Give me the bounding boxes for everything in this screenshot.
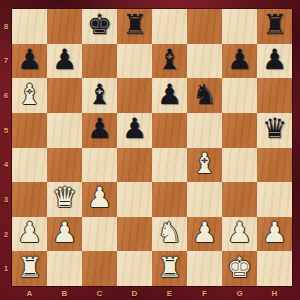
square-g4[interactable] <box>222 148 257 183</box>
white-rook[interactable]: ♜ <box>17 254 42 282</box>
square-f3[interactable] <box>187 182 222 217</box>
file-label-c: C <box>82 286 117 300</box>
square-h6[interactable] <box>257 78 292 113</box>
square-a7[interactable]: ♟ <box>12 44 47 79</box>
black-bishop[interactable]: ♝ <box>87 81 112 109</box>
black-pawn[interactable]: ♟ <box>17 46 42 74</box>
black-pawn[interactable]: ♟ <box>227 46 252 74</box>
square-c2[interactable] <box>82 217 117 252</box>
square-h2[interactable]: ♟ <box>257 217 292 252</box>
file-labels: ABCDEFGH <box>12 286 292 300</box>
square-e8[interactable] <box>152 9 187 44</box>
file-label-f: F <box>187 286 222 300</box>
square-g7[interactable]: ♟ <box>222 44 257 79</box>
square-f2[interactable]: ♟ <box>187 217 222 252</box>
black-pawn[interactable]: ♟ <box>52 46 77 74</box>
white-pawn[interactable]: ♟ <box>192 219 217 247</box>
white-pawn[interactable]: ♟ <box>17 219 42 247</box>
square-d3[interactable] <box>117 182 152 217</box>
rank-label-5: 5 <box>0 113 12 148</box>
rank-label-1: 1 <box>0 251 12 286</box>
square-a3[interactable] <box>12 182 47 217</box>
square-c8[interactable]: ♚ <box>82 9 117 44</box>
square-g3[interactable] <box>222 182 257 217</box>
chess-board: ♚♜♜♟♟♝♟♟♝♝♟♞♟♟♛♝♛♟♟♟♞♟♟♟♜♜♚ <box>12 9 292 286</box>
white-bishop[interactable]: ♝ <box>17 81 42 109</box>
rank-label-7: 7 <box>0 44 12 79</box>
white-pawn[interactable]: ♟ <box>52 219 77 247</box>
square-g8[interactable] <box>222 9 257 44</box>
square-f1[interactable] <box>187 251 222 286</box>
rank-label-2: 2 <box>0 217 12 252</box>
square-a1[interactable]: ♜ <box>12 251 47 286</box>
white-pawn[interactable]: ♟ <box>262 219 287 247</box>
white-knight[interactable]: ♞ <box>157 219 182 247</box>
square-a6[interactable]: ♝ <box>12 78 47 113</box>
square-b3[interactable]: ♛ <box>47 182 82 217</box>
square-b1[interactable] <box>47 251 82 286</box>
square-h4[interactable] <box>257 148 292 183</box>
chess-diagram: 87654321 ♚♜♜♟♟♝♟♟♝♝♟♞♟♟♛♝♛♟♟♟♞♟♟♟♜♜♚ ABC… <box>0 0 300 300</box>
white-rook[interactable]: ♜ <box>157 254 182 282</box>
square-h3[interactable] <box>257 182 292 217</box>
square-c3[interactable]: ♟ <box>82 182 117 217</box>
white-pawn[interactable]: ♟ <box>227 219 252 247</box>
white-queen[interactable]: ♛ <box>52 184 77 212</box>
file-label-d: D <box>117 286 152 300</box>
rank-label-6: 6 <box>0 78 12 113</box>
square-e5[interactable] <box>152 113 187 148</box>
square-b8[interactable] <box>47 9 82 44</box>
square-a4[interactable] <box>12 148 47 183</box>
square-e4[interactable] <box>152 148 187 183</box>
black-rook[interactable]: ♜ <box>122 11 147 39</box>
black-rook[interactable]: ♜ <box>262 11 287 39</box>
file-label-h: H <box>257 286 292 300</box>
square-e2[interactable]: ♞ <box>152 217 187 252</box>
square-b5[interactable] <box>47 113 82 148</box>
rank-labels: 87654321 <box>0 9 12 286</box>
square-d4[interactable] <box>117 148 152 183</box>
black-pawn[interactable]: ♟ <box>157 81 182 109</box>
white-king[interactable]: ♚ <box>227 254 252 282</box>
square-f6[interactable]: ♞ <box>187 78 222 113</box>
file-label-e: E <box>152 286 187 300</box>
black-knight[interactable]: ♞ <box>192 81 217 109</box>
square-g2[interactable]: ♟ <box>222 217 257 252</box>
square-b7[interactable]: ♟ <box>47 44 82 79</box>
square-c6[interactable]: ♝ <box>82 78 117 113</box>
rank-label-4: 4 <box>0 148 12 183</box>
square-a8[interactable] <box>12 9 47 44</box>
square-c7[interactable] <box>82 44 117 79</box>
square-d8[interactable]: ♜ <box>117 9 152 44</box>
white-pawn[interactable]: ♟ <box>87 184 112 212</box>
square-h7[interactable]: ♟ <box>257 44 292 79</box>
square-d1[interactable] <box>117 251 152 286</box>
square-g5[interactable] <box>222 113 257 148</box>
file-label-b: B <box>47 286 82 300</box>
rank-label-3: 3 <box>0 182 12 217</box>
black-pawn[interactable]: ♟ <box>122 115 147 143</box>
square-d7[interactable] <box>117 44 152 79</box>
square-d5[interactable]: ♟ <box>117 113 152 148</box>
black-king[interactable]: ♚ <box>87 11 112 39</box>
square-e7[interactable]: ♝ <box>152 44 187 79</box>
square-c5[interactable]: ♟ <box>82 113 117 148</box>
black-pawn[interactable]: ♟ <box>262 46 287 74</box>
square-c1[interactable] <box>82 251 117 286</box>
square-e3[interactable] <box>152 182 187 217</box>
square-e6[interactable]: ♟ <box>152 78 187 113</box>
square-b6[interactable] <box>47 78 82 113</box>
square-f5[interactable] <box>187 113 222 148</box>
square-b4[interactable] <box>47 148 82 183</box>
square-g6[interactable] <box>222 78 257 113</box>
square-h5[interactable]: ♛ <box>257 113 292 148</box>
white-bishop[interactable]: ♝ <box>192 150 217 178</box>
square-f7[interactable] <box>187 44 222 79</box>
file-label-g: G <box>222 286 257 300</box>
square-e1[interactable]: ♜ <box>152 251 187 286</box>
rank-label-8: 8 <box>0 9 12 44</box>
square-b2[interactable]: ♟ <box>47 217 82 252</box>
square-f4[interactable]: ♝ <box>187 148 222 183</box>
square-f8[interactable] <box>187 9 222 44</box>
file-label-a: A <box>12 286 47 300</box>
square-d2[interactable] <box>117 217 152 252</box>
square-h1[interactable] <box>257 251 292 286</box>
square-d6[interactable] <box>117 78 152 113</box>
black-queen[interactable]: ♛ <box>262 115 287 143</box>
square-a5[interactable] <box>12 113 47 148</box>
black-pawn[interactable]: ♟ <box>87 115 112 143</box>
square-h8[interactable]: ♜ <box>257 9 292 44</box>
square-g1[interactable]: ♚ <box>222 251 257 286</box>
square-a2[interactable]: ♟ <box>12 217 47 252</box>
square-c4[interactable] <box>82 148 117 183</box>
black-bishop[interactable]: ♝ <box>157 46 182 74</box>
